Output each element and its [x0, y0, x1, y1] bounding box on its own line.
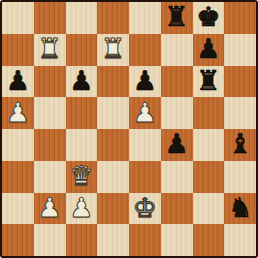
square-d1[interactable]	[97, 224, 129, 256]
white-pawn[interactable]: ♟	[133, 99, 157, 126]
square-a6[interactable]: ♟	[2, 66, 34, 98]
square-g4[interactable]	[193, 129, 225, 161]
black-pawn[interactable]: ♟	[6, 67, 30, 94]
white-rook[interactable]: ♜	[101, 35, 125, 62]
square-e4[interactable]	[129, 129, 161, 161]
white-pawn[interactable]: ♟	[69, 194, 93, 221]
square-g7[interactable]: ♟	[193, 34, 225, 66]
black-pawn[interactable]: ♟	[165, 130, 189, 157]
square-d6[interactable]	[97, 66, 129, 98]
square-a1[interactable]	[2, 224, 34, 256]
square-f5[interactable]	[161, 97, 193, 129]
square-e2[interactable]: ♚	[129, 193, 161, 225]
square-e6[interactable]: ♟	[129, 66, 161, 98]
square-d3[interactable]	[97, 161, 129, 193]
square-a8[interactable]	[2, 2, 34, 34]
square-a2[interactable]	[2, 193, 34, 225]
white-pawn[interactable]: ♟	[38, 194, 62, 221]
white-queen[interactable]: ♛	[69, 162, 93, 189]
square-c4[interactable]	[66, 129, 98, 161]
square-f2[interactable]	[161, 193, 193, 225]
square-c2[interactable]: ♟	[66, 193, 98, 225]
square-g1[interactable]	[193, 224, 225, 256]
black-king[interactable]: ♚	[196, 3, 220, 30]
square-e5[interactable]: ♟	[129, 97, 161, 129]
black-pawn[interactable]: ♟	[133, 67, 157, 94]
square-d7[interactable]: ♜	[97, 34, 129, 66]
black-knight[interactable]: ♞	[228, 194, 252, 221]
square-a3[interactable]	[2, 161, 34, 193]
square-f4[interactable]: ♟	[161, 129, 193, 161]
square-h5[interactable]	[224, 97, 256, 129]
square-g8[interactable]: ♚	[193, 2, 225, 34]
square-b5[interactable]	[34, 97, 66, 129]
white-king[interactable]: ♚	[133, 194, 157, 221]
square-b3[interactable]	[34, 161, 66, 193]
square-h3[interactable]	[224, 161, 256, 193]
board-grid: ♜♚♜♜♟♟♟♟♜♟♟♟♝♛♟♟♚♞	[2, 2, 256, 256]
square-f3[interactable]	[161, 161, 193, 193]
square-c7[interactable]	[66, 34, 98, 66]
square-g5[interactable]	[193, 97, 225, 129]
square-f7[interactable]	[161, 34, 193, 66]
square-h1[interactable]	[224, 224, 256, 256]
square-e7[interactable]	[129, 34, 161, 66]
square-h6[interactable]	[224, 66, 256, 98]
square-h8[interactable]	[224, 2, 256, 34]
square-h2[interactable]: ♞	[224, 193, 256, 225]
square-e8[interactable]	[129, 2, 161, 34]
square-c6[interactable]: ♟	[66, 66, 98, 98]
square-e1[interactable]	[129, 224, 161, 256]
square-g3[interactable]	[193, 161, 225, 193]
black-pawn[interactable]: ♟	[69, 67, 93, 94]
square-a7[interactable]	[2, 34, 34, 66]
square-f1[interactable]	[161, 224, 193, 256]
square-b8[interactable]	[34, 2, 66, 34]
chess-board: ♜♚♜♜♟♟♟♟♜♟♟♟♝♛♟♟♚♞	[0, 0, 258, 258]
square-c3[interactable]: ♛	[66, 161, 98, 193]
square-e3[interactable]	[129, 161, 161, 193]
square-g2[interactable]	[193, 193, 225, 225]
white-rook[interactable]: ♜	[38, 35, 62, 62]
square-d8[interactable]	[97, 2, 129, 34]
square-h4[interactable]: ♝	[224, 129, 256, 161]
square-a5[interactable]: ♟	[2, 97, 34, 129]
square-b6[interactable]	[34, 66, 66, 98]
square-d2[interactable]	[97, 193, 129, 225]
black-rook[interactable]: ♜	[196, 67, 220, 94]
black-pawn[interactable]: ♟	[196, 35, 220, 62]
square-h7[interactable]	[224, 34, 256, 66]
square-b4[interactable]	[34, 129, 66, 161]
square-b1[interactable]	[34, 224, 66, 256]
square-c5[interactable]	[66, 97, 98, 129]
square-d4[interactable]	[97, 129, 129, 161]
square-f8[interactable]: ♜	[161, 2, 193, 34]
square-d5[interactable]	[97, 97, 129, 129]
black-bishop[interactable]: ♝	[228, 130, 252, 157]
square-f6[interactable]	[161, 66, 193, 98]
square-a4[interactable]	[2, 129, 34, 161]
square-b2[interactable]: ♟	[34, 193, 66, 225]
square-c1[interactable]	[66, 224, 98, 256]
square-g6[interactable]: ♜	[193, 66, 225, 98]
square-b7[interactable]: ♜	[34, 34, 66, 66]
black-rook[interactable]: ♜	[165, 3, 189, 30]
white-pawn[interactable]: ♟	[6, 99, 30, 126]
square-c8[interactable]	[66, 2, 98, 34]
